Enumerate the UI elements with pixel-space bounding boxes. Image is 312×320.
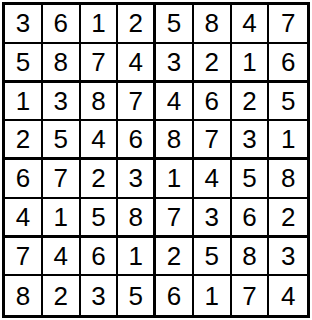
sudoku-cell-r2c7: 1 [232, 44, 270, 83]
sudoku-cell-r5c1: 6 [5, 160, 43, 199]
sudoku-cell-r6c3: 5 [81, 199, 119, 238]
sudoku-cell-r6c2: 1 [43, 199, 81, 238]
sudoku-cell-r4c3: 4 [81, 121, 119, 160]
sudoku-cell-r3c1: 1 [5, 83, 43, 122]
sudoku-cell-r1c8: 7 [269, 5, 307, 44]
sudoku-cell-r5c6: 4 [194, 160, 232, 199]
sudoku-cell-r8c7: 7 [232, 276, 270, 315]
sudoku-cell-r6c7: 6 [232, 199, 270, 238]
sudoku-cell-r7c1: 7 [5, 238, 43, 277]
sudoku-cell-r6c4: 8 [118, 199, 156, 238]
sudoku-cell-r4c7: 3 [232, 121, 270, 160]
sudoku-cell-r8c8: 4 [269, 276, 307, 315]
sudoku-cell-r8c1: 8 [5, 276, 43, 315]
sudoku-cell-r6c1: 4 [5, 199, 43, 238]
sudoku-cell-r6c8: 2 [269, 199, 307, 238]
sudoku-cell-r4c2: 5 [43, 121, 81, 160]
sudoku-cell-r6c5: 7 [156, 199, 194, 238]
sudoku-cell-r1c7: 4 [232, 5, 270, 44]
sudoku-cell-r7c7: 8 [232, 238, 270, 277]
sudoku-cell-r1c3: 1 [81, 5, 119, 44]
sudoku-cell-r8c4: 5 [118, 276, 156, 315]
sudoku-cell-r4c4: 6 [118, 121, 156, 160]
sudoku-cell-r2c4: 4 [118, 44, 156, 83]
sudoku-cell-r8c5: 6 [156, 276, 194, 315]
sudoku-cell-r7c4: 1 [118, 238, 156, 277]
sudoku-cell-r8c6: 1 [194, 276, 232, 315]
sudoku-cell-r1c6: 8 [194, 5, 232, 44]
sudoku-cell-r5c5: 1 [156, 160, 194, 199]
sudoku-board: 3612584758743216138746252546873167231458… [2, 2, 310, 318]
sudoku-cell-r2c1: 5 [5, 44, 43, 83]
sudoku-cell-r3c2: 3 [43, 83, 81, 122]
sudoku-cell-r1c4: 2 [118, 5, 156, 44]
sudoku-cell-r3c7: 2 [232, 83, 270, 122]
sudoku-cell-r5c2: 7 [43, 160, 81, 199]
sudoku-cell-r2c2: 8 [43, 44, 81, 83]
sudoku-cell-r2c6: 2 [194, 44, 232, 83]
sudoku-cell-r7c5: 2 [156, 238, 194, 277]
sudoku-cell-r1c1: 3 [5, 5, 43, 44]
sudoku-cell-r8c3: 3 [81, 276, 119, 315]
sudoku-cell-r4c1: 2 [5, 121, 43, 160]
sudoku-cell-r2c8: 6 [269, 44, 307, 83]
sudoku-cell-r4c8: 1 [269, 121, 307, 160]
sudoku-cell-r2c5: 3 [156, 44, 194, 83]
sudoku-cell-r3c4: 7 [118, 83, 156, 122]
sudoku-cell-r2c3: 7 [81, 44, 119, 83]
sudoku-cell-r6c6: 3 [194, 199, 232, 238]
sudoku-cell-r4c5: 8 [156, 121, 194, 160]
sudoku-cell-r5c3: 2 [81, 160, 119, 199]
sudoku-cell-r1c2: 6 [43, 5, 81, 44]
sudoku-cell-r7c8: 3 [269, 238, 307, 277]
sudoku-cell-r7c3: 6 [81, 238, 119, 277]
sudoku-cell-r3c3: 8 [81, 83, 119, 122]
sudoku-cell-r3c6: 6 [194, 83, 232, 122]
sudoku-cell-r7c6: 5 [194, 238, 232, 277]
sudoku-cell-r5c8: 8 [269, 160, 307, 199]
sudoku-cell-r3c5: 4 [156, 83, 194, 122]
sudoku-cell-r3c8: 5 [269, 83, 307, 122]
sudoku-cell-r1c5: 5 [156, 5, 194, 44]
sudoku-cell-r8c2: 2 [43, 276, 81, 315]
sudoku-cell-r4c6: 7 [194, 121, 232, 160]
sudoku-cell-r5c4: 3 [118, 160, 156, 199]
sudoku-cell-r7c2: 4 [43, 238, 81, 277]
sudoku-cell-r5c7: 5 [232, 160, 270, 199]
